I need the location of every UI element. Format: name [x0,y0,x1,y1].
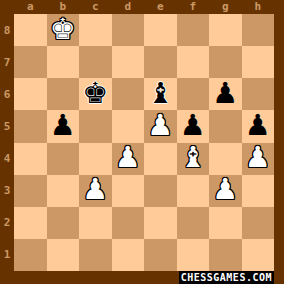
file-label-f: f [177,0,210,14]
square-d3[interactable] [112,175,145,207]
square-b8[interactable]: ♚ [47,14,80,46]
square-c3[interactable]: ♟ [79,175,112,207]
square-f2[interactable] [177,207,210,239]
rank-label-8: 8 [0,14,14,46]
square-d5[interactable] [112,110,145,142]
square-f8[interactable] [177,14,210,46]
square-d1[interactable] [112,239,145,271]
rank-label-7: 7 [0,46,14,78]
square-e4[interactable] [144,143,177,175]
piece-white-pawn[interactable]: ♟ [212,175,238,204]
square-a2[interactable] [14,207,47,239]
square-g1[interactable] [209,239,242,271]
rank-labels: 87654321 [0,14,14,271]
file-label-e: e [144,0,177,14]
chess-diagram: abcdefgh 87654321 ♚♚♝♟♟♟♟♟♟♝♟♟♟ CHESSGAM… [0,0,284,284]
square-b2[interactable] [47,207,80,239]
rank-label-1: 1 [0,239,14,271]
square-e6[interactable]: ♝ [144,78,177,110]
piece-black-pawn[interactable]: ♟ [180,111,206,140]
square-g2[interactable] [209,207,242,239]
square-a3[interactable] [14,175,47,207]
piece-black-king[interactable]: ♚ [82,79,108,108]
square-g6[interactable]: ♟ [209,78,242,110]
square-a5[interactable] [14,110,47,142]
square-g7[interactable] [209,46,242,78]
square-f7[interactable] [177,46,210,78]
chess-board[interactable]: ♚♚♝♟♟♟♟♟♟♝♟♟♟ [14,14,274,271]
square-d7[interactable] [112,46,145,78]
piece-black-pawn[interactable]: ♟ [245,111,271,140]
square-c5[interactable] [79,110,112,142]
square-c1[interactable] [79,239,112,271]
square-b4[interactable] [47,143,80,175]
square-d2[interactable] [112,207,145,239]
square-f5[interactable]: ♟ [177,110,210,142]
piece-white-bishop[interactable]: ♝ [180,143,206,172]
square-h6[interactable] [242,78,275,110]
piece-white-pawn[interactable]: ♟ [147,111,173,140]
rank-label-2: 2 [0,207,14,239]
square-g5[interactable] [209,110,242,142]
square-h8[interactable] [242,14,275,46]
piece-black-pawn[interactable]: ♟ [50,111,76,140]
square-h1[interactable] [242,239,275,271]
square-a7[interactable] [14,46,47,78]
square-b5[interactable]: ♟ [47,110,80,142]
file-label-a: a [14,0,47,14]
square-e7[interactable] [144,46,177,78]
square-f4[interactable]: ♝ [177,143,210,175]
square-h7[interactable] [242,46,275,78]
square-c4[interactable] [79,143,112,175]
rank-label-6: 6 [0,78,14,110]
square-d6[interactable] [112,78,145,110]
square-f1[interactable] [177,239,210,271]
square-h5[interactable]: ♟ [242,110,275,142]
square-a4[interactable] [14,143,47,175]
file-label-g: g [209,0,242,14]
square-c2[interactable] [79,207,112,239]
square-b3[interactable] [47,175,80,207]
square-e8[interactable] [144,14,177,46]
square-e2[interactable] [144,207,177,239]
square-c6[interactable]: ♚ [79,78,112,110]
piece-black-pawn[interactable]: ♟ [212,79,238,108]
square-h4[interactable]: ♟ [242,143,275,175]
square-e1[interactable] [144,239,177,271]
brand-watermark: CHESSGAMES.COM [179,271,274,284]
square-b7[interactable] [47,46,80,78]
piece-black-bishop[interactable]: ♝ [147,79,173,108]
rank-label-5: 5 [0,110,14,142]
piece-white-pawn[interactable]: ♟ [115,143,141,172]
square-f3[interactable] [177,175,210,207]
square-b6[interactable] [47,78,80,110]
square-g3[interactable]: ♟ [209,175,242,207]
square-h2[interactable] [242,207,275,239]
piece-white-pawn[interactable]: ♟ [245,143,271,172]
piece-white-pawn[interactable]: ♟ [82,175,108,204]
square-d4[interactable]: ♟ [112,143,145,175]
rank-label-3: 3 [0,175,14,207]
square-a1[interactable] [14,239,47,271]
square-f6[interactable] [177,78,210,110]
square-h3[interactable] [242,175,275,207]
square-a8[interactable] [14,14,47,46]
square-b1[interactable] [47,239,80,271]
file-label-h: h [242,0,275,14]
file-label-c: c [79,0,112,14]
square-d8[interactable] [112,14,145,46]
rank-label-4: 4 [0,143,14,175]
square-e5[interactable]: ♟ [144,110,177,142]
square-g4[interactable] [209,143,242,175]
square-c7[interactable] [79,46,112,78]
square-a6[interactable] [14,78,47,110]
piece-white-king[interactable]: ♚ [50,15,76,44]
square-e3[interactable] [144,175,177,207]
square-c8[interactable] [79,14,112,46]
square-g8[interactable] [209,14,242,46]
file-label-d: d [112,0,145,14]
